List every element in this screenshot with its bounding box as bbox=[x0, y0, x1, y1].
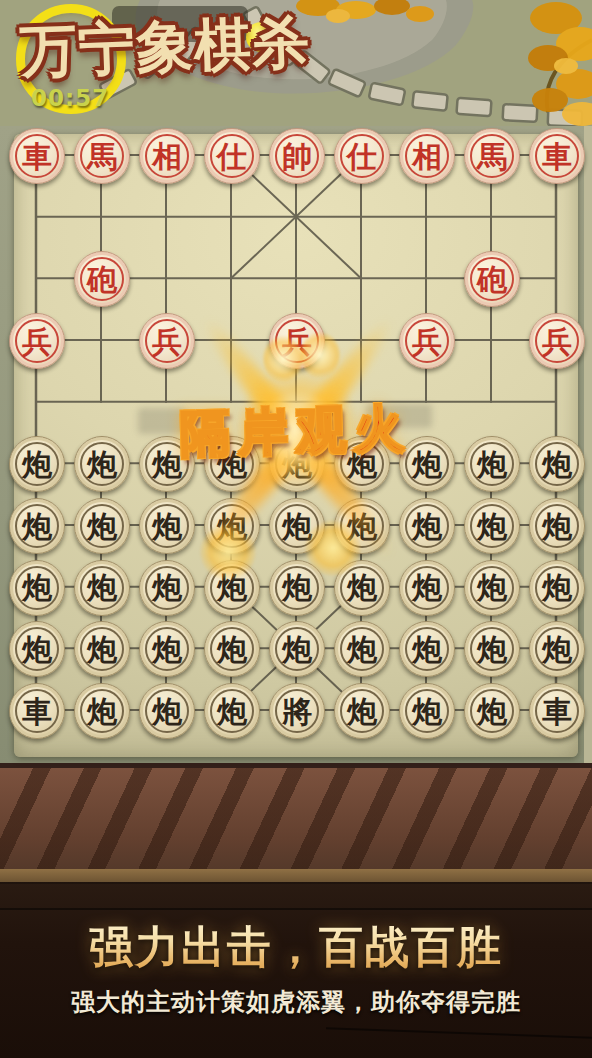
piece-glyph: 車 bbox=[22, 696, 52, 727]
piece-glyph: 炮 bbox=[542, 634, 572, 665]
black-chariot-piece-r10c1[interactable]: 車 bbox=[9, 683, 65, 739]
black-cannon-piece-r10c6[interactable]: 炮 bbox=[334, 683, 390, 739]
piece-glyph: 炮 bbox=[542, 572, 572, 603]
black-cannon-piece-r9c3[interactable]: 炮 bbox=[139, 621, 195, 677]
piece-glyph: 車 bbox=[542, 696, 572, 727]
piece-glyph: 炮 bbox=[347, 572, 377, 603]
piece-glyph: 兵 bbox=[282, 326, 312, 357]
black-general-piece-r10c5[interactable]: 將 bbox=[269, 683, 325, 739]
screenshot-root: 万宁象棋杀 00:57 bbox=[0, 0, 592, 1058]
piece-glyph: 馬 bbox=[477, 141, 507, 172]
piece-glyph: 砲 bbox=[87, 264, 117, 295]
black-cannon-piece-r9c9[interactable]: 炮 bbox=[529, 621, 585, 677]
black-cannon-piece-r9c2[interactable]: 炮 bbox=[74, 621, 130, 677]
red-chariot-piece-r1c1[interactable]: 車 bbox=[9, 128, 65, 184]
black-chariot-piece-r10c9[interactable]: 車 bbox=[529, 683, 585, 739]
piece-glyph: 炮 bbox=[347, 511, 377, 542]
piece-glyph: 帥 bbox=[282, 141, 312, 172]
piece-glyph: 兵 bbox=[152, 326, 182, 357]
piece-glyph: 炮 bbox=[477, 634, 507, 665]
piece-glyph: 炮 bbox=[152, 696, 182, 727]
red-elephant-piece-r1c3[interactable]: 相 bbox=[139, 128, 195, 184]
black-cannon-piece-r10c3[interactable]: 炮 bbox=[139, 683, 195, 739]
piece-glyph: 炮 bbox=[477, 696, 507, 727]
piece-glyph: 炮 bbox=[217, 696, 247, 727]
black-cannon-piece-r9c1[interactable]: 炮 bbox=[9, 621, 65, 677]
black-cannon-piece-r8c1[interactable]: 炮 bbox=[9, 560, 65, 616]
red-soldier-piece-r4c7[interactable]: 兵 bbox=[399, 313, 455, 369]
red-soldier-piece-r4c5[interactable]: 兵 bbox=[269, 313, 325, 369]
black-cannon-piece-r8c4[interactable]: 炮 bbox=[204, 560, 260, 616]
piece-glyph: 炮 bbox=[282, 634, 312, 665]
piece-glyph: 炮 bbox=[282, 511, 312, 542]
piece-glyph: 車 bbox=[542, 141, 572, 172]
piece-glyph: 相 bbox=[152, 141, 182, 172]
piece-glyph: 炮 bbox=[152, 511, 182, 542]
black-cannon-piece-r10c7[interactable]: 炮 bbox=[399, 683, 455, 739]
piece-glyph: 仕 bbox=[217, 141, 247, 172]
piece-glyph: 炮 bbox=[347, 634, 377, 665]
black-cannon-piece-r9c6[interactable]: 炮 bbox=[334, 621, 390, 677]
red-horse-piece-r1c2[interactable]: 馬 bbox=[74, 128, 130, 184]
piece-glyph: 相 bbox=[412, 141, 442, 172]
black-cannon-piece-r8c7[interactable]: 炮 bbox=[399, 560, 455, 616]
piece-glyph: 兵 bbox=[542, 326, 572, 357]
red-advisor-piece-r1c4[interactable]: 仕 bbox=[204, 128, 260, 184]
piece-glyph: 炮 bbox=[217, 634, 247, 665]
piece-glyph: 炮 bbox=[412, 634, 442, 665]
piece-glyph: 炮 bbox=[217, 511, 247, 542]
piece-glyph: 炮 bbox=[22, 634, 52, 665]
piece-glyph: 炮 bbox=[152, 634, 182, 665]
app-title: 万宁象棋杀 bbox=[19, 11, 321, 81]
black-cannon-piece-r7c5[interactable]: 炮 bbox=[269, 498, 325, 554]
piece-glyph: 炮 bbox=[412, 511, 442, 542]
piece-glyph: 將 bbox=[282, 696, 312, 727]
piece-glyph: 炮 bbox=[477, 511, 507, 542]
black-cannon-piece-r8c3[interactable]: 炮 bbox=[139, 560, 195, 616]
red-general-piece-r1c5[interactable]: 帥 bbox=[269, 128, 325, 184]
piece-glyph: 炮 bbox=[477, 572, 507, 603]
black-cannon-piece-r7c8[interactable]: 炮 bbox=[464, 498, 520, 554]
piece-glyph: 砲 bbox=[477, 264, 507, 295]
piece-glyph: 炮 bbox=[412, 696, 442, 727]
piece-glyph: 炮 bbox=[22, 572, 52, 603]
countdown-timer: 00:57 bbox=[31, 85, 109, 111]
black-cannon-piece-r8c2[interactable]: 炮 bbox=[74, 560, 130, 616]
red-soldier-piece-r4c1[interactable]: 兵 bbox=[9, 313, 65, 369]
black-cannon-piece-r7c4[interactable]: 炮 bbox=[204, 498, 260, 554]
black-cannon-piece-r7c1[interactable]: 炮 bbox=[9, 498, 65, 554]
red-cannon-piece-r3c8[interactable]: 砲 bbox=[464, 251, 520, 307]
black-cannon-piece-r8c9[interactable]: 炮 bbox=[529, 560, 585, 616]
piece-glyph: 炮 bbox=[412, 572, 442, 603]
piece-glyph: 兵 bbox=[412, 326, 442, 357]
black-cannon-piece-r7c6[interactable]: 炮 bbox=[334, 498, 390, 554]
black-cannon-piece-r7c7[interactable]: 炮 bbox=[399, 498, 455, 554]
black-cannon-piece-r10c4[interactable]: 炮 bbox=[204, 683, 260, 739]
black-cannon-piece-r8c6[interactable]: 炮 bbox=[334, 560, 390, 616]
red-soldier-piece-r4c9[interactable]: 兵 bbox=[529, 313, 585, 369]
piece-glyph: 仕 bbox=[347, 141, 377, 172]
piece-glyph: 炮 bbox=[87, 511, 117, 542]
black-cannon-piece-r9c8[interactable]: 炮 bbox=[464, 621, 520, 677]
black-cannon-piece-r9c5[interactable]: 炮 bbox=[269, 621, 325, 677]
piece-glyph: 炮 bbox=[282, 572, 312, 603]
red-horse-piece-r1c8[interactable]: 馬 bbox=[464, 128, 520, 184]
red-cannon-piece-r3c2[interactable]: 砲 bbox=[74, 251, 130, 307]
piece-glyph: 炮 bbox=[87, 634, 117, 665]
piece-glyph: 炮 bbox=[347, 696, 377, 727]
piece-glyph: 炮 bbox=[542, 511, 572, 542]
piece-layer: 車馬相仕帥仕相馬車砲砲兵兵兵兵兵炮炮炮炮炮炮炮炮炮炮炮炮炮炮炮炮炮炮炮炮炮炮炮炮… bbox=[0, 0, 592, 1058]
piece-glyph: 兵 bbox=[22, 326, 52, 357]
red-advisor-piece-r1c6[interactable]: 仕 bbox=[334, 128, 390, 184]
piece-glyph: 馬 bbox=[87, 141, 117, 172]
piece-glyph: 炮 bbox=[87, 696, 117, 727]
red-soldier-piece-r4c3[interactable]: 兵 bbox=[139, 313, 195, 369]
black-cannon-piece-r7c3[interactable]: 炮 bbox=[139, 498, 195, 554]
black-cannon-piece-r9c4[interactable]: 炮 bbox=[204, 621, 260, 677]
black-cannon-piece-r7c2[interactable]: 炮 bbox=[74, 498, 130, 554]
piece-glyph: 炮 bbox=[87, 572, 117, 603]
piece-glyph: 炮 bbox=[217, 572, 247, 603]
red-chariot-piece-r1c9[interactable]: 車 bbox=[529, 128, 585, 184]
black-cannon-piece-r8c5[interactable]: 炮 bbox=[269, 560, 325, 616]
red-elephant-piece-r1c7[interactable]: 相 bbox=[399, 128, 455, 184]
black-cannon-piece-r9c7[interactable]: 炮 bbox=[399, 621, 455, 677]
piece-glyph: 炮 bbox=[22, 511, 52, 542]
black-cannon-piece-r10c8[interactable]: 炮 bbox=[464, 683, 520, 739]
black-cannon-piece-r8c8[interactable]: 炮 bbox=[464, 560, 520, 616]
black-cannon-piece-r7c9[interactable]: 炮 bbox=[529, 498, 585, 554]
piece-glyph: 車 bbox=[22, 141, 52, 172]
piece-glyph: 炮 bbox=[152, 572, 182, 603]
black-cannon-piece-r10c2[interactable]: 炮 bbox=[74, 683, 130, 739]
